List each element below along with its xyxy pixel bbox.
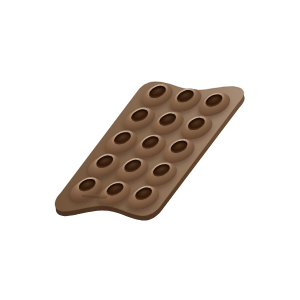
tray-body — [44, 70, 253, 228]
product-photo — [0, 0, 300, 300]
